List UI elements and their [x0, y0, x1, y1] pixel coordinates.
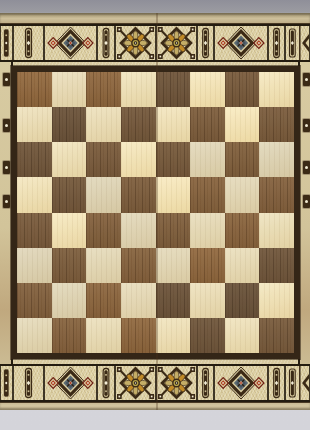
square-g8 — [225, 72, 260, 107]
border-panel-rosette — [115, 26, 156, 60]
border-panel-diamond — [44, 366, 97, 400]
border-band-bottom — [0, 364, 310, 402]
square-a5 — [17, 177, 52, 212]
square-g7 — [225, 107, 260, 142]
border-panel-rosette — [115, 366, 156, 400]
square-d6 — [121, 142, 156, 177]
square-d3 — [121, 248, 156, 283]
square-e3 — [156, 248, 191, 283]
square-d1 — [121, 318, 156, 353]
square-f2 — [190, 283, 225, 318]
square-g3 — [225, 248, 260, 283]
side-inlay-mark — [2, 118, 11, 133]
border-panel-edge-right — [285, 26, 310, 60]
border-panel-bar — [268, 366, 285, 400]
square-a3 — [17, 248, 52, 283]
square-f4 — [190, 213, 225, 248]
border-panel-bar — [197, 366, 214, 400]
square-f5 — [190, 177, 225, 212]
border-panel-rosette — [156, 366, 197, 400]
square-b3 — [52, 248, 87, 283]
chess-board — [0, 13, 310, 410]
square-f6 — [190, 142, 225, 177]
square-c2 — [86, 283, 121, 318]
square-g2 — [225, 283, 260, 318]
side-inlay-mark — [302, 118, 310, 133]
border-panel-bar — [97, 26, 115, 60]
square-h7 — [259, 107, 294, 142]
square-e6 — [156, 142, 191, 177]
square-e8 — [156, 72, 191, 107]
border-panel-edge-left — [0, 366, 13, 400]
side-inlay-mark — [2, 160, 11, 175]
square-h5 — [259, 177, 294, 212]
square-b2 — [52, 283, 87, 318]
square-h1 — [259, 318, 294, 353]
border-panel-bar — [13, 26, 44, 60]
square-a2 — [17, 283, 52, 318]
square-f3 — [190, 248, 225, 283]
square-g5 — [225, 177, 260, 212]
square-b4 — [52, 213, 87, 248]
square-d2 — [121, 283, 156, 318]
square-f8 — [190, 72, 225, 107]
square-g6 — [225, 142, 260, 177]
square-b1 — [52, 318, 87, 353]
side-inlay-mark — [302, 72, 310, 87]
square-c4 — [86, 213, 121, 248]
border-panel-diamond — [214, 366, 268, 400]
square-g4 — [225, 213, 260, 248]
square-e1 — [156, 318, 191, 353]
border-panel-edge-right — [285, 366, 310, 400]
square-e2 — [156, 283, 191, 318]
square-c6 — [86, 142, 121, 177]
square-h4 — [259, 213, 294, 248]
square-f1 — [190, 318, 225, 353]
square-c5 — [86, 177, 121, 212]
fold-seam — [156, 13, 158, 410]
border-panel-bar — [97, 366, 115, 400]
side-inlay-mark — [2, 72, 11, 87]
square-e5 — [156, 177, 191, 212]
square-c1 — [86, 318, 121, 353]
square-f7 — [190, 107, 225, 142]
border-panel-diamond — [44, 26, 97, 60]
square-h2 — [259, 283, 294, 318]
square-e4 — [156, 213, 191, 248]
square-b7 — [52, 107, 87, 142]
border-panel-bar — [13, 366, 44, 400]
square-b5 — [52, 177, 87, 212]
side-inlay-mark — [302, 160, 310, 175]
square-b6 — [52, 142, 87, 177]
square-a1 — [17, 318, 52, 353]
border-panel-edge-left — [0, 26, 13, 60]
border-panel-diamond — [214, 26, 268, 60]
square-b8 — [52, 72, 87, 107]
square-e7 — [156, 107, 191, 142]
photo-background — [0, 0, 310, 430]
square-d7 — [121, 107, 156, 142]
border-panel-rosette — [156, 26, 197, 60]
square-h6 — [259, 142, 294, 177]
square-a6 — [17, 142, 52, 177]
square-c3 — [86, 248, 121, 283]
square-d4 — [121, 213, 156, 248]
square-a4 — [17, 213, 52, 248]
side-inlay-mark — [302, 194, 310, 209]
board-middle — [0, 62, 310, 364]
square-g1 — [225, 318, 260, 353]
square-d5 — [121, 177, 156, 212]
square-h8 — [259, 72, 294, 107]
square-d8 — [121, 72, 156, 107]
square-a7 — [17, 107, 52, 142]
square-c7 — [86, 107, 121, 142]
border-band-top — [0, 24, 310, 62]
square-a8 — [17, 72, 52, 107]
square-c8 — [86, 72, 121, 107]
side-inlay-mark — [2, 194, 11, 209]
board-bottom-edge — [0, 402, 310, 410]
board-top-edge — [0, 13, 310, 24]
border-panel-bar — [268, 26, 285, 60]
square-h3 — [259, 248, 294, 283]
border-panel-bar — [197, 26, 214, 60]
